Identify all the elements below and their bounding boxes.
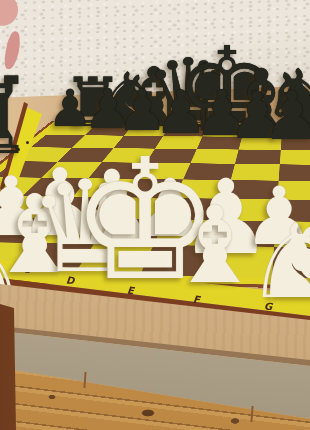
piece-black-p-g7[interactable]: ♟ xyxy=(262,83,310,150)
photo-scene: CDEFG ♜♜♞♝♛♚♝♞♟♟♟♟♟♟♟♟♟♟♟♟♟♞♝♛♚♝♞ xyxy=(0,0,310,430)
piece-white-n-g1[interactable]: ♞ xyxy=(246,210,310,313)
